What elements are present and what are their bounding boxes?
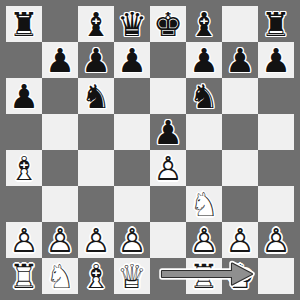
square-b3[interactable]	[42, 186, 78, 222]
square-g7[interactable]: ♟	[222, 42, 258, 78]
piece-white-pawn[interactable]: ♟♙	[222, 222, 258, 258]
piece-glyph-detail: ♘	[186, 186, 222, 222]
piece-glyph-detail: ♙	[6, 222, 42, 258]
piece-glyph-detail: ♖	[6, 258, 42, 294]
chess-board-frame: ♜♝♛♚♝♜♟♟♟♟♟♟♟♞♞♟♝♗♟♙♞♘♟♙♟♙♟♙♟♙♟♙♟♙♟♙♜♖♞♘…	[0, 0, 300, 300]
piece-white-pawn[interactable]: ♟♙	[42, 222, 78, 258]
piece-white-knight[interactable]: ♞♘	[42, 258, 78, 294]
piece-black-bishop[interactable]: ♝	[186, 6, 222, 42]
square-b4[interactable]	[42, 150, 78, 186]
square-b5[interactable]	[42, 114, 78, 150]
piece-glyph-detail: ♙	[150, 150, 186, 186]
piece-black-pawn[interactable]: ♟	[6, 78, 42, 114]
piece-black-knight[interactable]: ♞	[78, 78, 114, 114]
square-h1[interactable]	[258, 258, 294, 294]
piece-black-pawn[interactable]: ♟	[114, 42, 150, 78]
square-d7[interactable]: ♟	[114, 42, 150, 78]
piece-black-pawn[interactable]: ♟	[222, 42, 258, 78]
piece-white-pawn[interactable]: ♟♙	[150, 150, 186, 186]
piece-black-pawn[interactable]: ♟	[258, 42, 294, 78]
piece-glyph-detail: ♙	[222, 222, 258, 258]
square-d2[interactable]: ♟♙	[114, 222, 150, 258]
piece-glyph-detail: ♙	[114, 222, 150, 258]
square-g8[interactable]	[222, 6, 258, 42]
square-g6[interactable]	[222, 78, 258, 114]
piece-glyph: ♟	[114, 42, 150, 78]
square-b8[interactable]	[42, 6, 78, 42]
piece-black-pawn[interactable]: ♟	[150, 114, 186, 150]
piece-black-pawn[interactable]: ♟	[78, 42, 114, 78]
piece-glyph: ♟	[6, 78, 42, 114]
square-e3[interactable]	[150, 186, 186, 222]
square-a2[interactable]: ♟♙	[6, 222, 42, 258]
square-e6[interactable]	[150, 78, 186, 114]
square-d4[interactable]	[114, 150, 150, 186]
piece-white-bishop[interactable]: ♝♗	[78, 258, 114, 294]
square-a1[interactable]: ♜♖	[6, 258, 42, 294]
piece-glyph-detail: ♗	[6, 150, 42, 186]
square-a8[interactable]: ♜	[6, 6, 42, 42]
square-g5[interactable]	[222, 114, 258, 150]
square-h7[interactable]: ♟	[258, 42, 294, 78]
piece-black-pawn[interactable]: ♟	[42, 42, 78, 78]
piece-black-rook[interactable]: ♜	[258, 6, 294, 42]
square-h6[interactable]	[258, 78, 294, 114]
square-e7[interactable]	[150, 42, 186, 78]
square-c4[interactable]	[78, 150, 114, 186]
piece-glyph: ♝	[78, 6, 114, 42]
piece-white-queen[interactable]: ♛♕	[114, 258, 150, 294]
square-c6[interactable]: ♞	[78, 78, 114, 114]
square-b2[interactable]: ♟♙	[42, 222, 78, 258]
piece-black-rook[interactable]: ♜	[6, 6, 42, 42]
square-d1[interactable]: ♛♕	[114, 258, 150, 294]
square-h4[interactable]	[258, 150, 294, 186]
square-h3[interactable]	[258, 186, 294, 222]
piece-glyph-detail: ♖	[186, 258, 222, 294]
piece-white-pawn[interactable]: ♟♙	[186, 222, 222, 258]
square-f2[interactable]: ♟♙	[186, 222, 222, 258]
square-d6[interactable]	[114, 78, 150, 114]
piece-glyph: ♝	[186, 6, 222, 42]
piece-white-knight[interactable]: ♞♘	[186, 186, 222, 222]
square-b1[interactable]: ♞♘	[42, 258, 78, 294]
square-g4[interactable]	[222, 150, 258, 186]
piece-white-pawn[interactable]: ♟♙	[258, 222, 294, 258]
piece-glyph: ♟	[150, 114, 186, 150]
piece-glyph: ♞	[78, 78, 114, 114]
piece-glyph-detail: ♗	[78, 258, 114, 294]
piece-glyph: ♚	[150, 6, 186, 42]
square-e8[interactable]: ♚	[150, 6, 186, 42]
piece-white-king[interactable]: ♚♔	[222, 258, 258, 294]
square-e5[interactable]: ♟	[150, 114, 186, 150]
square-c7[interactable]: ♟	[78, 42, 114, 78]
piece-glyph-detail: ♔	[222, 258, 258, 294]
piece-white-bishop[interactable]: ♝♗	[6, 150, 42, 186]
chess-board: ♜♝♛♚♝♜♟♟♟♟♟♟♟♞♞♟♝♗♟♙♞♘♟♙♟♙♟♙♟♙♟♙♟♙♟♙♜♖♞♘…	[6, 6, 294, 294]
square-f1[interactable]: ♜♖	[186, 258, 222, 294]
piece-black-king[interactable]: ♚	[150, 6, 186, 42]
piece-white-rook[interactable]: ♜♖	[186, 258, 222, 294]
piece-black-queen[interactable]: ♛	[114, 6, 150, 42]
piece-glyph: ♟	[258, 42, 294, 78]
square-f5[interactable]	[186, 114, 222, 150]
piece-white-pawn[interactable]: ♟♙	[6, 222, 42, 258]
piece-glyph-detail: ♙	[78, 222, 114, 258]
square-f4[interactable]	[186, 150, 222, 186]
square-g1[interactable]: ♚♔	[222, 258, 258, 294]
piece-glyph: ♟	[78, 42, 114, 78]
piece-glyph-detail: ♙	[42, 222, 78, 258]
square-d5[interactable]	[114, 114, 150, 150]
square-a4[interactable]: ♝♗	[6, 150, 42, 186]
square-g2[interactable]: ♟♙	[222, 222, 258, 258]
square-a7[interactable]	[6, 42, 42, 78]
piece-glyph-detail: ♙	[186, 222, 222, 258]
piece-glyph: ♟	[222, 42, 258, 78]
piece-glyph-detail: ♕	[114, 258, 150, 294]
piece-glyph-detail: ♙	[258, 222, 294, 258]
square-f3[interactable]: ♞♘	[186, 186, 222, 222]
square-c3[interactable]	[78, 186, 114, 222]
square-c2[interactable]: ♟♙	[78, 222, 114, 258]
piece-black-knight[interactable]: ♞	[186, 78, 222, 114]
piece-black-bishop[interactable]: ♝	[78, 6, 114, 42]
square-e4[interactable]: ♟♙	[150, 150, 186, 186]
square-f8[interactable]: ♝	[186, 6, 222, 42]
square-a5[interactable]	[6, 114, 42, 150]
piece-glyph: ♟	[42, 42, 78, 78]
square-b7[interactable]: ♟	[42, 42, 78, 78]
piece-white-pawn[interactable]: ♟♙	[114, 222, 150, 258]
piece-glyph: ♛	[114, 6, 150, 42]
square-c8[interactable]: ♝	[78, 6, 114, 42]
piece-glyph: ♞	[186, 78, 222, 114]
piece-glyph: ♜	[6, 6, 42, 42]
square-a3[interactable]	[6, 186, 42, 222]
square-e2[interactable]	[150, 222, 186, 258]
square-d3[interactable]	[114, 186, 150, 222]
piece-glyph-detail: ♘	[42, 258, 78, 294]
piece-black-pawn[interactable]: ♟	[186, 42, 222, 78]
square-h2[interactable]: ♟♙	[258, 222, 294, 258]
square-e1[interactable]	[150, 258, 186, 294]
square-d8[interactable]: ♛	[114, 6, 150, 42]
square-h8[interactable]: ♜	[258, 6, 294, 42]
square-f6[interactable]: ♞	[186, 78, 222, 114]
square-a6[interactable]: ♟	[6, 78, 42, 114]
piece-glyph: ♟	[186, 42, 222, 78]
square-f7[interactable]: ♟	[186, 42, 222, 78]
piece-glyph: ♜	[258, 6, 294, 42]
piece-white-pawn[interactable]: ♟♙	[78, 222, 114, 258]
square-b6[interactable]	[42, 78, 78, 114]
square-g3[interactable]	[222, 186, 258, 222]
square-c1[interactable]: ♝♗	[78, 258, 114, 294]
square-c5[interactable]	[78, 114, 114, 150]
square-h5[interactable]	[258, 114, 294, 150]
piece-white-rook[interactable]: ♜♖	[6, 258, 42, 294]
